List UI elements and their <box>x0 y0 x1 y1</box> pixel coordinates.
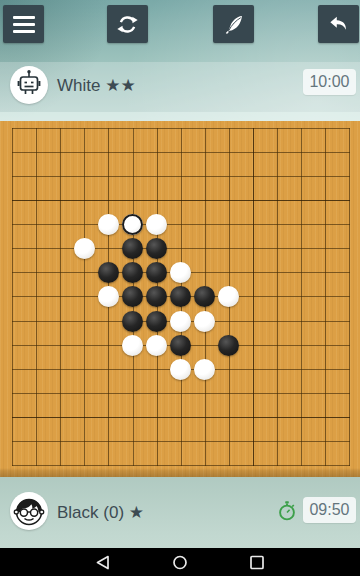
white-player-label: White ★★ <box>57 75 136 96</box>
black-stone <box>170 335 191 356</box>
black-stone <box>170 286 191 307</box>
robot-icon <box>10 66 48 104</box>
recents-icon[interactable] <box>249 555 265 570</box>
home-icon[interactable] <box>172 555 188 570</box>
black-stone <box>122 262 143 283</box>
white-stone <box>218 286 239 307</box>
white-stone <box>194 359 215 380</box>
android-navbar <box>0 548 360 576</box>
grid-line <box>12 200 351 201</box>
black-timer: 09:50 <box>303 497 356 523</box>
black-stone <box>194 286 215 307</box>
black-stone <box>122 238 143 259</box>
grid-line <box>12 417 351 418</box>
black-stone <box>146 311 167 332</box>
black-stone <box>218 335 239 356</box>
black-player-label: Black (0) ★ <box>57 502 144 523</box>
human-face-icon <box>10 492 48 530</box>
divider-strip <box>0 112 360 121</box>
white-stone <box>194 311 215 332</box>
white-stone <box>74 238 95 259</box>
grid-line <box>253 128 254 466</box>
black-stone <box>146 286 167 307</box>
black-stone <box>122 286 143 307</box>
back-icon[interactable] <box>95 555 111 570</box>
feather-icon <box>222 13 245 36</box>
black-stone <box>146 262 167 283</box>
restart-icon <box>116 13 139 36</box>
game-board[interactable] <box>0 121 360 477</box>
menu-icon <box>13 16 35 33</box>
black-avatar <box>10 492 48 530</box>
black-stone <box>122 311 143 332</box>
white-stone <box>170 359 191 380</box>
restart-button[interactable] <box>107 5 148 43</box>
black-stone <box>146 238 167 259</box>
undo-icon <box>327 13 350 36</box>
black-stone <box>98 262 119 283</box>
menu-button[interactable] <box>3 5 44 43</box>
white-timer: 10:00 <box>303 69 356 95</box>
white-stone <box>170 262 191 283</box>
app-screen: White ★★ 10:00 Black (0) ★ 09:50 <box>0 0 360 576</box>
undo-button[interactable] <box>318 5 359 43</box>
white-stone <box>98 214 119 235</box>
white-stone <box>146 214 167 235</box>
board-grid[interactable] <box>12 128 351 466</box>
stopwatch-icon <box>276 499 298 523</box>
feather-button[interactable] <box>213 5 254 43</box>
white-stone <box>122 335 143 356</box>
white-stone <box>122 214 143 235</box>
white-avatar <box>10 66 48 104</box>
white-stone <box>146 335 167 356</box>
white-stone <box>170 311 191 332</box>
white-stone <box>98 286 119 307</box>
